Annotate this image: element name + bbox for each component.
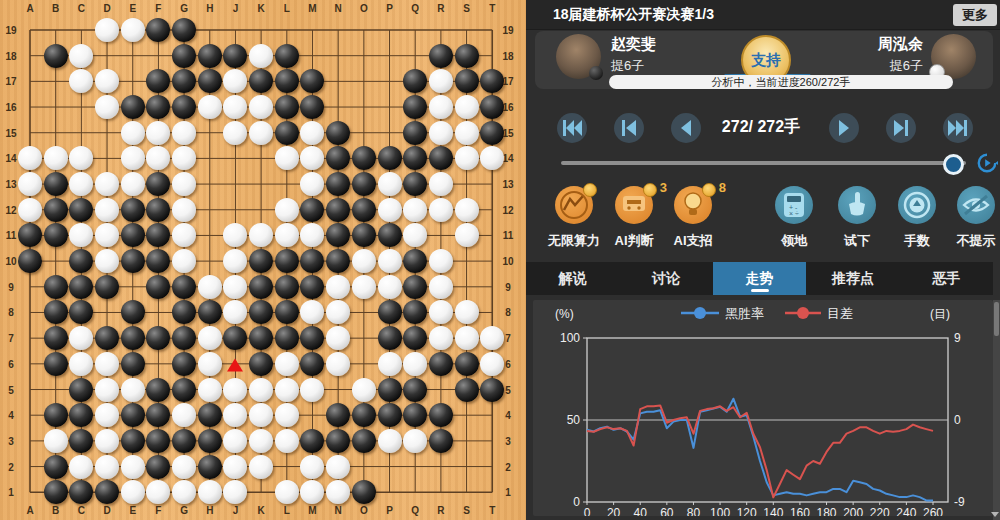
tool-label: AI判断 — [602, 232, 666, 250]
stone-black — [69, 198, 93, 222]
coord-label-bottom: C — [78, 505, 85, 516]
go-board[interactable]: AABBCCDDEEFFGGHHJJKKLLMMNNOOPPQQRRSSTT19… — [0, 0, 526, 520]
svg-text:140: 140 — [763, 506, 783, 516]
stone-white — [121, 121, 145, 145]
stone-black — [429, 403, 453, 427]
coord-label-bottom: F — [155, 505, 161, 516]
coord-label-bottom: E — [129, 505, 136, 516]
coord-label-right: 14 — [502, 153, 513, 164]
stone-white — [95, 198, 119, 222]
stone-white — [455, 146, 479, 170]
coord-label-top: N — [335, 3, 342, 14]
coord-label-left: 5 — [8, 384, 14, 395]
svg-text:120: 120 — [737, 506, 757, 516]
stone-white — [300, 455, 324, 479]
svg-text:40: 40 — [634, 506, 648, 516]
stone-black — [18, 249, 42, 273]
svg-text:9: 9 — [954, 331, 961, 345]
back-ten-button[interactable] — [614, 113, 644, 143]
coord-label-top: G — [180, 3, 188, 14]
stone-white — [403, 198, 427, 222]
tool-label: AI支招 — [661, 232, 725, 250]
svg-text:220: 220 — [870, 506, 890, 516]
stone-white — [172, 455, 196, 479]
coin-icon — [702, 183, 716, 197]
stone-white — [300, 378, 324, 402]
coord-label-bottom: D — [103, 505, 110, 516]
tool-不提示[interactable]: 不提示 — [944, 186, 1000, 250]
stone-white — [95, 172, 119, 196]
stone-white — [275, 429, 299, 453]
tool-label: 手数 — [885, 232, 949, 250]
stone-black — [44, 352, 68, 376]
stone-black — [223, 44, 247, 68]
analysis-progress-bar: 分析中，当前进度260/272手 — [609, 75, 953, 89]
stone-white — [172, 249, 196, 273]
stone-white — [275, 378, 299, 402]
svg-text:× ÷: × ÷ — [789, 210, 799, 217]
coord-label-top: E — [129, 3, 136, 14]
stone-white — [455, 223, 479, 247]
stone-black — [198, 69, 222, 93]
coord-label-left: 7 — [8, 333, 14, 344]
coord-label-left: 2 — [8, 461, 14, 472]
coord-label-top: Q — [411, 3, 419, 14]
stone-white — [352, 275, 376, 299]
stone-white — [18, 172, 42, 196]
black-stone-indicator-icon — [589, 66, 603, 80]
stone-black — [121, 249, 145, 273]
stone-black — [275, 69, 299, 93]
no-hint-eye-icon — [957, 186, 995, 224]
stone-black — [44, 455, 68, 479]
tab-恶手[interactable]: 恶手 — [900, 262, 993, 295]
move-counter: 272/ 272手 — [691, 117, 831, 138]
coord-label-right: 1 — [505, 487, 511, 498]
stone-white — [275, 198, 299, 222]
stone-black — [352, 429, 376, 453]
tab-讨论[interactable]: 讨论 — [619, 262, 712, 295]
stone-black — [480, 378, 504, 402]
stone-white — [172, 121, 196, 145]
first-move-button[interactable] — [557, 113, 587, 143]
stone-black — [275, 95, 299, 119]
stone-white — [429, 95, 453, 119]
white-player-captures: 提6子 — [890, 57, 923, 75]
stone-black — [172, 18, 196, 42]
stone-white — [198, 95, 222, 119]
svg-text:100: 100 — [560, 331, 580, 345]
coord-label-bottom: H — [206, 505, 213, 516]
svg-text:260: 260 — [923, 506, 943, 516]
coord-label-right: 15 — [502, 127, 513, 138]
stone-white — [249, 44, 273, 68]
stone-white — [95, 455, 119, 479]
stone-white — [429, 275, 453, 299]
tool-label: 不提示 — [944, 232, 1000, 250]
svg-text:60: 60 — [660, 506, 674, 516]
stone-black — [172, 352, 196, 376]
coord-label-top: D — [103, 3, 110, 14]
stone-white — [352, 378, 376, 402]
stone-white — [249, 378, 273, 402]
stone-black — [44, 326, 68, 350]
svg-text:100: 100 — [710, 506, 730, 516]
autoplay-refresh-icon[interactable] — [976, 152, 998, 174]
stone-black — [44, 403, 68, 427]
stone-black — [403, 121, 427, 145]
stone-black — [198, 429, 222, 453]
stone-white — [455, 95, 479, 119]
svg-text:0: 0 — [954, 413, 961, 427]
move-slider-track[interactable] — [561, 161, 966, 165]
stone-black — [326, 429, 350, 453]
coord-label-bottom: R — [437, 505, 444, 516]
stone-white — [275, 352, 299, 376]
stone-white — [172, 172, 196, 196]
coord-label-right: 2 — [505, 461, 511, 472]
stone-black — [275, 44, 299, 68]
stone-black — [378, 146, 402, 170]
stone-black — [121, 429, 145, 453]
stone-white — [95, 378, 119, 402]
stone-black — [403, 275, 427, 299]
coord-label-right: 5 — [505, 384, 511, 395]
stone-white — [223, 378, 247, 402]
svg-text:目差: 目差 — [827, 306, 853, 321]
stone-white — [403, 352, 427, 376]
stone-white — [480, 352, 504, 376]
trend-chart-panel: 100 50 0 90-90 20 40 60 80 100 120 140 1… — [533, 300, 993, 516]
tool-手数[interactable]: 手数 — [885, 186, 949, 250]
stone-white — [403, 429, 427, 453]
coord-label-top: T — [489, 3, 495, 14]
stone-black — [44, 44, 68, 68]
stone-white — [429, 198, 453, 222]
stone-black — [146, 378, 170, 402]
stone-white — [95, 249, 119, 273]
stone-black — [198, 44, 222, 68]
stone-white — [69, 44, 93, 68]
stone-black — [121, 95, 145, 119]
stone-white — [44, 429, 68, 453]
coord-label-top: K — [257, 3, 264, 14]
coord-label-right: 17 — [502, 76, 513, 87]
stone-white — [18, 198, 42, 222]
stone-black — [172, 429, 196, 453]
tab-解说[interactable]: 解说 — [526, 262, 619, 295]
stone-black — [172, 275, 196, 299]
stone-black — [172, 378, 196, 402]
svg-text:(%): (%) — [555, 307, 574, 321]
players-card: 赵奕斐 提6子 支持 周泓余 提6子 分析中，当前进度260/272手 — [535, 31, 993, 89]
stone-black — [172, 95, 196, 119]
forward-one-button[interactable] — [829, 113, 859, 143]
ai-hint-bulb-icon: 8 — [674, 186, 712, 224]
svg-text:50: 50 — [567, 413, 581, 427]
stone-white — [249, 121, 273, 145]
coord-label-top: R — [437, 3, 444, 14]
stone-white — [378, 249, 402, 273]
stone-white — [378, 429, 402, 453]
coord-label-right: 8 — [505, 307, 511, 318]
tab-bar: 解说讨论走势推荐点恶手 — [526, 262, 993, 295]
winrate-chart: 100 50 0 90-90 20 40 60 80 100 120 140 1… — [533, 300, 993, 516]
scrollbar-thumb[interactable] — [994, 302, 999, 336]
title-bar: 18届建桥杯公开赛决赛1/3 更多 — [526, 0, 1000, 30]
tool-label: 领地 — [762, 232, 826, 250]
coord-label-top: O — [360, 3, 368, 14]
svg-text:180: 180 — [817, 506, 837, 516]
black-player-captures: 提6子 — [611, 57, 644, 75]
svg-text:240: 240 — [896, 506, 916, 516]
stone-black — [275, 249, 299, 273]
white-player-name: 周泓余 — [878, 35, 923, 54]
stone-black — [455, 352, 479, 376]
app-window: AABBCCDDEEFFGGHHJJKKLLMMNNOOPPQQRRSSTT19… — [0, 0, 1000, 520]
tool-无限算力[interactable]: 无限算力 — [542, 186, 606, 250]
back-ten-icon — [617, 116, 641, 140]
stone-white — [378, 275, 402, 299]
coord-label-right: 7 — [505, 333, 511, 344]
coord-label-left: 6 — [8, 358, 14, 369]
coord-label-left: 16 — [5, 102, 16, 113]
first-move-icon — [560, 116, 584, 140]
stone-black — [352, 198, 376, 222]
tool-领地[interactable]: + -× ÷ 领地 — [762, 186, 826, 250]
coord-label-bottom: L — [284, 505, 290, 516]
coord-label-top: P — [386, 3, 393, 14]
stone-black — [378, 223, 402, 247]
coord-label-top: H — [206, 3, 213, 14]
coord-label-top: L — [284, 3, 290, 14]
coord-label-bottom: S — [463, 505, 470, 516]
coord-label-left: 9 — [8, 281, 14, 292]
tool-AI支招[interactable]: 8 AI支招 — [661, 186, 725, 250]
coin-icon — [643, 183, 657, 197]
svg-text:200: 200 — [843, 506, 863, 516]
more-button[interactable]: 更多 — [953, 4, 997, 26]
coord-label-left: 15 — [5, 127, 16, 138]
stone-black — [455, 378, 479, 402]
coord-label-right: 9 — [505, 281, 511, 292]
coord-label-top: J — [233, 3, 239, 14]
stone-black — [429, 429, 453, 453]
coord-label-bottom: P — [386, 505, 393, 516]
stone-black — [44, 300, 68, 324]
coord-label-right: 11 — [503, 230, 514, 241]
stone-white — [378, 172, 402, 196]
coord-label-bottom: Q — [411, 505, 419, 516]
stone-white — [455, 121, 479, 145]
stone-white — [326, 275, 350, 299]
last-move-triangle-marker — [227, 358, 243, 371]
stone-black — [326, 198, 350, 222]
coord-label-top: B — [52, 3, 59, 14]
coord-label-top: C — [78, 3, 85, 14]
coord-label-left: 1 — [8, 487, 14, 498]
tab-走势[interactable]: 走势 — [713, 262, 806, 295]
last-move-icon — [946, 116, 970, 140]
scroll-down-arrow-icon[interactable] — [991, 512, 999, 517]
coord-label-bottom: K — [257, 505, 264, 516]
coord-label-right: 4 — [505, 410, 511, 421]
stone-black — [44, 480, 68, 504]
coord-label-bottom: G — [180, 505, 188, 516]
stone-black — [44, 172, 68, 196]
scrollbar[interactable] — [993, 300, 1000, 520]
last-move-button[interactable] — [943, 113, 973, 143]
stone-white — [429, 121, 453, 145]
stone-black — [121, 403, 145, 427]
forward-ten-icon — [889, 116, 913, 140]
tab-推荐点[interactable]: 推荐点 — [806, 262, 899, 295]
territory-calculator-icon: + -× ÷ — [775, 186, 813, 224]
stone-black — [275, 121, 299, 145]
stone-white — [455, 198, 479, 222]
stone-black — [172, 44, 196, 68]
stone-white — [223, 455, 247, 479]
stone-black — [429, 44, 453, 68]
stone-white — [429, 249, 453, 273]
ai-judge-icon: 3 — [615, 186, 653, 224]
stone-white — [95, 95, 119, 119]
coord-label-right: 12 — [502, 204, 513, 215]
stone-white — [249, 95, 273, 119]
stone-black — [69, 275, 93, 299]
tool-AI判断[interactable]: 3 AI判断 — [602, 186, 666, 250]
stone-black — [378, 403, 402, 427]
coord-label-right: 3 — [505, 435, 511, 446]
black-player-name: 赵奕斐 — [611, 35, 656, 54]
coord-label-bottom: J — [233, 505, 239, 516]
stone-black — [275, 326, 299, 350]
white-player-avatar — [931, 34, 976, 79]
stone-black — [146, 455, 170, 479]
move-number-dial-icon — [898, 186, 936, 224]
stone-white — [146, 121, 170, 145]
coord-label-right: 19 — [502, 25, 513, 36]
coord-label-left: 3 — [8, 435, 14, 446]
coord-label-right: 10 — [502, 256, 513, 267]
stone-black — [378, 300, 402, 324]
tool-label: 无限算力 — [542, 232, 606, 250]
stone-white — [275, 480, 299, 504]
stone-black — [121, 352, 145, 376]
stone-black — [95, 275, 119, 299]
move-slider-knob[interactable] — [943, 154, 964, 175]
tool-label: 试下 — [825, 232, 889, 250]
try-move-hand-icon — [838, 186, 876, 224]
stone-white — [95, 352, 119, 376]
coord-label-left: 18 — [5, 50, 16, 61]
coord-label-bottom: A — [26, 505, 33, 516]
forward-ten-button[interactable] — [886, 113, 916, 143]
stone-white — [352, 249, 376, 273]
stone-white — [326, 352, 350, 376]
coord-label-top: M — [308, 3, 316, 14]
coord-label-left: 12 — [5, 204, 16, 215]
stone-black — [352, 172, 376, 196]
stone-white — [275, 403, 299, 427]
stone-black — [352, 403, 376, 427]
stone-black — [121, 326, 145, 350]
coord-label-left: 13 — [5, 179, 16, 190]
stone-black — [95, 326, 119, 350]
coin-count: 8 — [719, 180, 726, 195]
coord-label-bottom: N — [335, 505, 342, 516]
coord-label-top: F — [155, 3, 161, 14]
svg-text:黑胜率: 黑胜率 — [725, 306, 764, 321]
stone-white — [95, 18, 119, 42]
stone-white — [172, 198, 196, 222]
coord-label-left: 11 — [6, 230, 17, 241]
stone-black — [378, 378, 402, 402]
side-panel: 18届建桥杯公开赛决赛1/3 更多 赵奕斐 提6子 支持 周泓余 提6子 分析中… — [526, 0, 1000, 520]
stone-white — [223, 121, 247, 145]
coord-label-right: 6 — [505, 358, 511, 369]
stone-white — [95, 429, 119, 453]
svg-text:160: 160 — [790, 506, 810, 516]
coord-label-top: A — [26, 3, 33, 14]
coord-label-bottom: O — [360, 505, 368, 516]
stone-black — [121, 198, 145, 222]
stone-black — [249, 275, 273, 299]
stone-white — [429, 172, 453, 196]
stone-white — [121, 378, 145, 402]
stone-white — [455, 300, 479, 324]
stone-white — [121, 480, 145, 504]
stone-white — [429, 326, 453, 350]
svg-text:0: 0 — [584, 506, 591, 516]
power-zigzag-icon — [555, 186, 593, 224]
svg-text:0: 0 — [573, 495, 580, 509]
stone-white — [121, 455, 145, 479]
stone-black — [326, 121, 350, 145]
stone-white — [378, 352, 402, 376]
coord-label-left: 10 — [5, 256, 16, 267]
svg-text:-9: -9 — [954, 495, 965, 509]
svg-text:80: 80 — [687, 506, 701, 516]
stone-black — [44, 275, 68, 299]
svg-text:20: 20 — [607, 506, 621, 516]
coin-icon — [583, 183, 597, 197]
tool-试下[interactable]: 试下 — [825, 186, 889, 250]
svg-text:(目): (目) — [930, 307, 950, 321]
coord-label-right: 16 — [502, 102, 513, 113]
stone-white — [378, 198, 402, 222]
stone-white — [198, 378, 222, 402]
stone-black — [403, 378, 427, 402]
coord-label-left: 4 — [8, 410, 14, 421]
stone-white — [44, 146, 68, 170]
stone-black — [69, 378, 93, 402]
stone-white — [198, 326, 222, 350]
stone-black — [429, 352, 453, 376]
stone-black — [378, 326, 402, 350]
stone-black — [249, 352, 273, 376]
stone-black — [44, 198, 68, 222]
event-title: 18届建桥杯公开赛决赛1/3 — [553, 6, 714, 24]
coord-label-left: 17 — [5, 76, 16, 87]
stone-black — [480, 121, 504, 145]
stone-white — [69, 455, 93, 479]
stone-white — [121, 146, 145, 170]
stone-white — [326, 455, 350, 479]
stone-white — [249, 455, 273, 479]
stone-white — [249, 429, 273, 453]
stone-white — [198, 352, 222, 376]
